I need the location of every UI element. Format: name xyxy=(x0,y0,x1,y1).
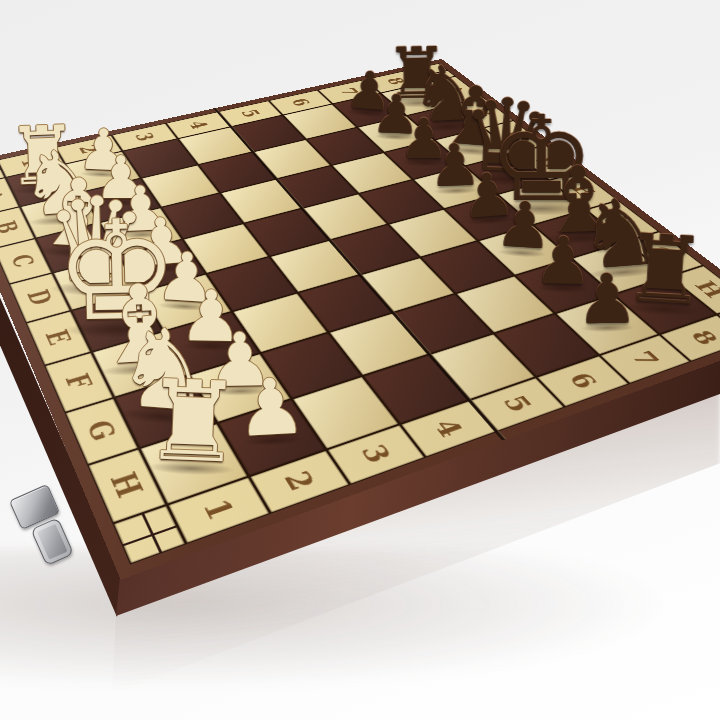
black-king-e8: ♚ xyxy=(482,101,600,219)
black-bishop-f8: ♝ xyxy=(532,153,627,248)
chess-set-photo: 12345678AABBCCDDEEFFGGHH12345678 ♜♞♝♛♚♝♞… xyxy=(0,0,720,720)
black-pawn-glyph: ♟ xyxy=(530,228,597,295)
white-rook-a1: ♜ xyxy=(2,115,85,198)
black-knight-b8: ♞ xyxy=(404,54,485,135)
black-knight-glyph: ♞ xyxy=(404,54,485,135)
pieces-layer: ♜♞♝♛♚♝♞♜♟♟♟♟♟♟♟♟♟♟♟♟♟♟♟♟♜♞♝♛♚♝♞♜ xyxy=(0,0,720,720)
black-pawn-glyph: ♟ xyxy=(396,111,452,167)
black-rook-h8: ♜ xyxy=(615,222,713,320)
white-rook-h1: ♜ xyxy=(136,365,251,480)
white-pawn-h2: ♟ xyxy=(230,367,312,449)
white-knight-glyph: ♞ xyxy=(13,137,106,230)
black-pawn-g7: ♟ xyxy=(530,228,597,295)
black-knight-g8: ♞ xyxy=(570,184,670,284)
black-queen-d8: ♛ xyxy=(454,85,558,189)
white-bishop-f1: ♝ xyxy=(83,269,196,382)
white-king-e1: ♚ xyxy=(47,202,186,341)
white-queen-d1: ♛ xyxy=(37,181,155,299)
black-pawn-d7: ♟ xyxy=(425,136,485,196)
white-bishop-glyph: ♝ xyxy=(28,165,126,263)
black-pawn-f7: ♟ xyxy=(491,194,557,260)
black-pawn-c7: ♟ xyxy=(396,111,452,167)
white-pawn-glyph: ♟ xyxy=(230,367,312,449)
black-bishop-glyph: ♝ xyxy=(532,153,627,248)
black-pawn-glyph: ♟ xyxy=(368,87,424,143)
white-pawn-g2: ♟ xyxy=(202,323,277,398)
black-pawn-glyph: ♟ xyxy=(491,194,557,260)
white-pawn-glyph: ♟ xyxy=(91,149,150,208)
white-knight-g1: ♞ xyxy=(106,312,224,430)
white-pawn-e2: ♟ xyxy=(150,242,221,313)
black-pawn-glyph: ♟ xyxy=(572,264,642,334)
black-bishop-c8: ♝ xyxy=(431,74,518,161)
black-pawn-b7: ♟ xyxy=(368,87,424,143)
black-pawn-glyph: ♟ xyxy=(341,63,396,118)
white-pawn-a2: ♟ xyxy=(73,121,132,180)
black-pawn-glyph: ♟ xyxy=(456,163,521,228)
white-rook-glyph: ♜ xyxy=(2,115,85,198)
black-king-glyph: ♚ xyxy=(482,101,600,219)
white-pawn-f2: ♟ xyxy=(176,281,248,353)
white-bishop-c1: ♝ xyxy=(28,165,126,263)
white-pawn-glyph: ♟ xyxy=(109,177,173,241)
black-pawn-e7: ♟ xyxy=(456,163,521,228)
clasp-loop xyxy=(30,517,74,566)
white-knight-b1: ♞ xyxy=(13,137,106,230)
white-pawn-b2: ♟ xyxy=(91,149,150,208)
white-bishop-glyph: ♝ xyxy=(83,269,196,382)
black-bishop-glyph: ♝ xyxy=(431,74,518,161)
black-pawn-glyph: ♟ xyxy=(425,136,485,196)
white-pawn-glyph: ♟ xyxy=(176,281,248,353)
black-pawn-a7: ♟ xyxy=(341,63,396,118)
white-pawn-glyph: ♟ xyxy=(128,207,197,276)
white-pawn-c2: ♟ xyxy=(109,177,173,241)
white-king-glyph: ♚ xyxy=(47,202,186,342)
black-pawn-h7: ♟ xyxy=(572,264,642,334)
black-rook-a8: ♜ xyxy=(381,38,453,110)
black-rook-glyph: ♜ xyxy=(381,38,453,110)
black-knight-glyph: ♞ xyxy=(570,184,670,284)
white-rook-glyph: ♜ xyxy=(136,365,251,480)
black-queen-glyph: ♛ xyxy=(454,85,558,189)
white-pawn-glyph: ♟ xyxy=(150,242,221,313)
white-pawn-glyph: ♟ xyxy=(202,323,277,398)
white-pawn-d2: ♟ xyxy=(128,207,197,276)
white-queen-glyph: ♛ xyxy=(37,181,155,299)
black-rook-glyph: ♜ xyxy=(615,222,713,320)
white-knight-glyph: ♞ xyxy=(106,312,224,430)
white-pawn-glyph: ♟ xyxy=(73,121,132,180)
